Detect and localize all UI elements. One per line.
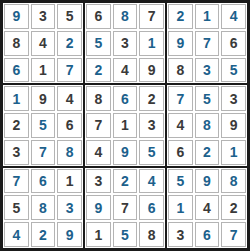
cell-r9c5[interactable]: 5 xyxy=(113,222,138,247)
cell-r5c4[interactable]: 7 xyxy=(86,113,111,138)
cell-r3c8[interactable]: 3 xyxy=(195,58,220,83)
cell-r7c8[interactable]: 9 xyxy=(195,169,220,194)
cell-r6c7[interactable]: 6 xyxy=(168,140,193,165)
cell-r9c6[interactable]: 8 xyxy=(139,222,164,247)
cell-r4c2[interactable]: 9 xyxy=(31,86,56,111)
cell-r5c3[interactable]: 6 xyxy=(57,113,82,138)
cell-r1c3[interactable]: 5 xyxy=(57,4,82,29)
cell-r4c3[interactable]: 4 xyxy=(57,86,82,111)
cell-r4c1[interactable]: 1 xyxy=(4,86,29,111)
cell-r6c5[interactable]: 9 xyxy=(113,140,138,165)
cell-r1c5[interactable]: 8 xyxy=(113,4,138,29)
cell-r1c8[interactable]: 1 xyxy=(195,4,220,29)
cell-r2c8[interactable]: 7 xyxy=(195,31,220,56)
cell-r7c2[interactable]: 6 xyxy=(31,169,56,194)
cell-r2c1[interactable]: 8 xyxy=(4,31,29,56)
cell-r8c3[interactable]: 3 xyxy=(57,195,82,220)
cell-r2c2[interactable]: 4 xyxy=(31,31,56,56)
sudoku-app: 935842617 687531249 214976835 194256378 … xyxy=(0,0,250,251)
cell-r9c1[interactable]: 4 xyxy=(4,222,29,247)
cell-r7c7[interactable]: 5 xyxy=(168,169,193,194)
cell-r7c9[interactable]: 8 xyxy=(221,169,246,194)
cell-r1c7[interactable]: 2 xyxy=(168,4,193,29)
cell-r3c6[interactable]: 9 xyxy=(139,58,164,83)
cell-r9c8[interactable]: 6 xyxy=(195,222,220,247)
cell-r9c3[interactable]: 9 xyxy=(57,222,82,247)
cell-r3c5[interactable]: 4 xyxy=(113,58,138,83)
cell-r1c6[interactable]: 7 xyxy=(139,4,164,29)
sudoku-box-6: 761583429 xyxy=(3,168,83,248)
cell-r4c5[interactable]: 6 xyxy=(113,86,138,111)
cell-r1c2[interactable]: 3 xyxy=(31,4,56,29)
sudoku-box-5: 753489621 xyxy=(167,85,247,165)
cell-r6c8[interactable]: 2 xyxy=(195,140,220,165)
sudoku-box-8: 598142367 xyxy=(167,168,247,248)
cell-r4c4[interactable]: 8 xyxy=(86,86,111,111)
cell-r6c2[interactable]: 7 xyxy=(31,140,56,165)
cell-r6c9[interactable]: 1 xyxy=(221,140,246,165)
sudoku-box-7: 324976158 xyxy=(85,168,165,248)
cell-r5c1[interactable]: 2 xyxy=(4,113,29,138)
cell-r4c7[interactable]: 7 xyxy=(168,86,193,111)
cell-r6c1[interactable]: 3 xyxy=(4,140,29,165)
sudoku-box-3: 194256378 xyxy=(3,85,83,165)
cell-r5c9[interactable]: 9 xyxy=(221,113,246,138)
cell-r2c3[interactable]: 2 xyxy=(57,31,82,56)
sudoku-box-0: 935842617 xyxy=(3,3,83,83)
cell-r9c9[interactable]: 7 xyxy=(221,222,246,247)
sudoku-board: 935842617 687531249 214976835 194256378 … xyxy=(0,0,250,251)
cell-r1c9[interactable]: 4 xyxy=(221,4,246,29)
cell-r3c1[interactable]: 6 xyxy=(4,58,29,83)
cell-r3c2[interactable]: 1 xyxy=(31,58,56,83)
cell-r1c1[interactable]: 9 xyxy=(4,4,29,29)
cell-r6c6[interactable]: 5 xyxy=(139,140,164,165)
cell-r5c2[interactable]: 5 xyxy=(31,113,56,138)
cell-r8c4[interactable]: 9 xyxy=(86,195,111,220)
cell-r8c5[interactable]: 7 xyxy=(113,195,138,220)
cell-r8c6[interactable]: 6 xyxy=(139,195,164,220)
sudoku-box-1: 687531249 xyxy=(85,3,165,83)
cell-r2c7[interactable]: 9 xyxy=(168,31,193,56)
cell-r3c4[interactable]: 2 xyxy=(86,58,111,83)
cell-r8c7[interactable]: 1 xyxy=(168,195,193,220)
cell-r9c4[interactable]: 1 xyxy=(86,222,111,247)
cell-r5c8[interactable]: 8 xyxy=(195,113,220,138)
cell-r8c2[interactable]: 8 xyxy=(31,195,56,220)
cell-r1c4[interactable]: 6 xyxy=(86,4,111,29)
cell-r7c4[interactable]: 3 xyxy=(86,169,111,194)
sudoku-box-4: 862713495 xyxy=(85,85,165,165)
cell-r3c7[interactable]: 8 xyxy=(168,58,193,83)
cell-r2c5[interactable]: 3 xyxy=(113,31,138,56)
cell-r7c1[interactable]: 7 xyxy=(4,169,29,194)
cell-r9c2[interactable]: 2 xyxy=(31,222,56,247)
cell-r5c6[interactable]: 3 xyxy=(139,113,164,138)
cell-r6c3[interactable]: 8 xyxy=(57,140,82,165)
cell-r7c3[interactable]: 1 xyxy=(57,169,82,194)
cell-r3c3[interactable]: 7 xyxy=(57,58,82,83)
cell-r3c9[interactable]: 5 xyxy=(221,58,246,83)
cell-r2c4[interactable]: 5 xyxy=(86,31,111,56)
cell-r5c7[interactable]: 4 xyxy=(168,113,193,138)
cell-r8c9[interactable]: 2 xyxy=(221,195,246,220)
cell-r2c6[interactable]: 1 xyxy=(139,31,164,56)
cell-r8c8[interactable]: 4 xyxy=(195,195,220,220)
cell-r7c5[interactable]: 2 xyxy=(113,169,138,194)
cell-r4c9[interactable]: 3 xyxy=(221,86,246,111)
cell-r6c4[interactable]: 4 xyxy=(86,140,111,165)
cell-r4c6[interactable]: 2 xyxy=(139,86,164,111)
cell-r9c7[interactable]: 3 xyxy=(168,222,193,247)
cell-r4c8[interactable]: 5 xyxy=(195,86,220,111)
cell-r5c5[interactable]: 1 xyxy=(113,113,138,138)
sudoku-box-2: 214976835 xyxy=(167,3,247,83)
cell-r2c9[interactable]: 6 xyxy=(221,31,246,56)
cell-r8c1[interactable]: 5 xyxy=(4,195,29,220)
cell-r7c6[interactable]: 4 xyxy=(139,169,164,194)
